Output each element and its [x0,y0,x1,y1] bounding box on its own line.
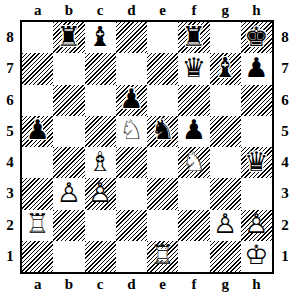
square-a6[interactable] [22,85,53,116]
white-pawn-outline-icon: ♙ [244,211,268,238]
square-f7[interactable]: ♛ [178,53,209,84]
file-label-c: c [85,0,116,20]
square-d3[interactable] [116,178,147,209]
square-d7[interactable] [116,53,147,84]
square-f5[interactable]: ♟ [178,116,209,147]
file-label-e: e [147,274,178,294]
file-labels-top: abcdefgh [22,0,272,20]
white-pawn-outline-icon: ♙ [88,179,112,206]
rank-label-3: 3 [0,178,20,209]
rank-label-6: 6 [0,85,20,116]
square-a3[interactable] [22,178,53,209]
black-pawn-d6[interactable]: ♟ [116,85,147,116]
rank-label-5: 5 [275,116,295,147]
black-queen-f7[interactable]: ♛ [178,53,209,84]
file-label-g: g [210,0,241,20]
white-pawn-c3[interactable]: ♟♙ [85,178,116,209]
square-b4[interactable] [53,147,84,178]
file-label-e: e [147,0,178,20]
white-knight-f4[interactable]: ♞♘ [178,147,209,178]
file-label-d: d [116,0,147,20]
white-pawn-outline-icon: ♙ [213,211,237,238]
black-rook-b8[interactable]: ♜ [53,22,84,53]
black-king-icon: ♚ [244,23,268,50]
rank-label-2: 2 [0,210,20,241]
white-pawn-h2[interactable]: ♟♙ [241,210,272,241]
rank-label-3: 3 [275,178,295,209]
black-rook-icon: ♜ [182,23,206,50]
square-e7[interactable] [147,53,178,84]
square-d1[interactable] [116,241,147,272]
black-rook-f8[interactable]: ♜ [178,22,209,53]
square-e3[interactable] [147,178,178,209]
rank-label-7: 7 [275,53,295,84]
file-labels-bottom: abcdefgh [22,274,272,294]
black-queen-icon: ♛ [244,148,268,175]
square-c5[interactable] [85,116,116,147]
square-h5[interactable] [241,116,272,147]
white-knight-d5[interactable]: ♞♘ [116,116,147,147]
file-label-b: b [53,0,84,20]
square-c3[interactable]: ♟♙ [85,178,116,209]
file-label-c: c [85,274,116,294]
file-label-h: h [241,0,272,20]
white-pawn-b3[interactable]: ♟♙ [53,178,84,209]
white-knight-outline-icon: ♘ [119,117,143,144]
white-rook-a2[interactable]: ♜♖ [22,210,53,241]
file-label-h: h [241,274,272,294]
file-label-f: f [178,274,209,294]
square-e5[interactable]: ♞ [147,116,178,147]
square-e6[interactable] [147,85,178,116]
rank-labels-left: 87654321 [0,22,20,272]
rank-label-4: 4 [275,147,295,178]
board: ♜♝♜♚♛♝♟♟♟♞♘♞♟♝♗♞♘♛♟♙♟♙♜♖♟♙♟♙♜♖♚♔ [20,20,274,274]
rank-label-7: 7 [0,53,20,84]
black-king-h8[interactable]: ♚ [241,22,272,53]
white-rook-outline-icon: ♖ [151,242,175,269]
square-c6[interactable] [85,85,116,116]
black-pawn-icon: ♟ [26,117,50,144]
white-king-outline-icon: ♔ [244,242,268,269]
square-b2[interactable] [53,210,84,241]
rank-label-4: 4 [0,147,20,178]
square-c7[interactable] [85,53,116,84]
square-h8[interactable]: ♚ [241,22,272,53]
rank-label-6: 6 [275,85,295,116]
square-a5[interactable]: ♟ [22,116,53,147]
black-pawn-a5[interactable]: ♟ [22,116,53,147]
white-knight-outline-icon: ♘ [182,148,206,175]
white-pawn-g2[interactable]: ♟♙ [210,210,241,241]
black-bishop-icon: ♝ [88,23,112,50]
rank-label-1: 1 [0,241,20,272]
white-rook-e1[interactable]: ♜♖ [147,241,178,272]
rank-label-2: 2 [275,210,295,241]
black-bishop-c8[interactable]: ♝ [85,22,116,53]
rank-labels-right: 87654321 [275,22,295,272]
square-b8[interactable]: ♜ [53,22,84,53]
white-rook-outline-icon: ♖ [26,211,50,238]
square-g6[interactable] [210,85,241,116]
square-f1[interactable] [178,241,209,272]
rank-label-8: 8 [0,22,20,53]
square-h6[interactable] [241,85,272,116]
square-g8[interactable] [210,22,241,53]
square-h4[interactable]: ♛ [241,147,272,178]
square-d5[interactable]: ♞♘ [116,116,147,147]
black-pawn-icon: ♟ [244,54,268,81]
square-f2[interactable] [178,210,209,241]
square-d2[interactable] [116,210,147,241]
square-e1[interactable]: ♜♖ [147,241,178,272]
square-b7[interactable] [53,53,84,84]
square-c8[interactable]: ♝ [85,22,116,53]
black-rook-icon: ♜ [57,23,81,50]
square-c2[interactable] [85,210,116,241]
square-f8[interactable]: ♜ [178,22,209,53]
square-h1[interactable]: ♚♔ [241,241,272,272]
square-a1[interactable] [22,241,53,272]
square-a7[interactable] [22,53,53,84]
black-bishop-icon: ♝ [213,54,237,81]
square-h2[interactable]: ♟♙ [241,210,272,241]
square-f6[interactable] [178,85,209,116]
square-g2[interactable]: ♟♙ [210,210,241,241]
square-a4[interactable] [22,147,53,178]
black-knight-e5[interactable]: ♞ [147,116,178,147]
white-bishop-outline-icon: ♗ [88,148,112,175]
square-d4[interactable] [116,147,147,178]
black-knight-icon: ♞ [151,117,175,144]
square-g4[interactable] [210,147,241,178]
square-d8[interactable] [116,22,147,53]
file-label-a: a [22,274,53,294]
square-e4[interactable] [147,147,178,178]
square-h3[interactable] [241,178,272,209]
chess-diagram: abcdefgh 87654321 ♜♝♜♚♛♝♟♟♟♞♘♞♟♝♗♞♘♛♟♙♟♙… [0,0,295,295]
square-a2[interactable]: ♜♖ [22,210,53,241]
rank-label-5: 5 [0,116,20,147]
black-pawn-f5[interactable]: ♟ [178,116,209,147]
black-bishop-g7[interactable]: ♝ [210,53,241,84]
rank-label-8: 8 [275,22,295,53]
black-pawn-icon: ♟ [182,117,206,144]
square-e8[interactable] [147,22,178,53]
file-label-a: a [22,0,53,20]
square-a8[interactable] [22,22,53,53]
square-g3[interactable] [210,178,241,209]
square-c4[interactable]: ♝♗ [85,147,116,178]
square-b5[interactable] [53,116,84,147]
square-c1[interactable] [85,241,116,272]
file-label-b: b [53,274,84,294]
white-pawn-outline-icon: ♙ [57,179,81,206]
white-king-h1[interactable]: ♚♔ [241,241,272,272]
square-h7[interactable]: ♟ [241,53,272,84]
square-b1[interactable] [53,241,84,272]
square-g7[interactable]: ♝ [210,53,241,84]
square-b6[interactable] [53,85,84,116]
white-bishop-c4[interactable]: ♝♗ [85,147,116,178]
black-queen-icon: ♛ [182,54,206,81]
file-label-f: f [178,0,209,20]
square-g1[interactable] [210,241,241,272]
square-f4[interactable]: ♞♘ [178,147,209,178]
square-b3[interactable]: ♟♙ [53,178,84,209]
file-label-g: g [210,274,241,294]
file-label-d: d [116,274,147,294]
black-queen-h4[interactable]: ♛ [241,147,272,178]
rank-label-1: 1 [275,241,295,272]
square-f3[interactable] [178,178,209,209]
square-d6[interactable]: ♟ [116,85,147,116]
square-e2[interactable] [147,210,178,241]
square-g5[interactable] [210,116,241,147]
black-pawn-icon: ♟ [119,86,143,113]
black-pawn-h7[interactable]: ♟ [241,53,272,84]
